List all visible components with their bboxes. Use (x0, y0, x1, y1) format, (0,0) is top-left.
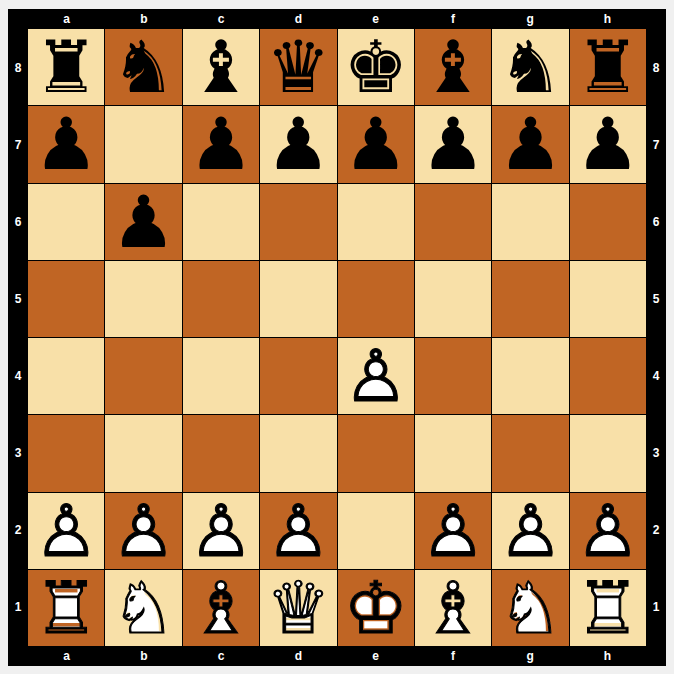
piece-white-pawn-b2[interactable]: ♟♙ (105, 493, 181, 569)
square-b2[interactable]: ♟♙ (105, 493, 181, 569)
piece-black-pawn-d7[interactable]: ♟ (260, 106, 336, 182)
rank-label-2-left: 2 (8, 492, 28, 569)
white-piece-outline-glyph: ♙ (492, 493, 568, 569)
square-e5[interactable] (338, 261, 414, 337)
rank-label-1-left: 1 (8, 569, 28, 646)
piece-black-knight-g8[interactable]: ♞ (492, 29, 568, 105)
piece-white-pawn-d2[interactable]: ♟♙ (260, 493, 336, 569)
square-a8[interactable]: ♜ (28, 29, 104, 105)
white-piece-outline-glyph: ♗ (183, 570, 259, 646)
white-piece-outline-glyph: ♖ (570, 570, 646, 646)
black-piece-glyph: ♟ (105, 184, 181, 260)
piece-white-bishop-c1[interactable]: ♝♗ (183, 570, 259, 646)
piece-white-queen-d1[interactable]: ♛♕ (260, 570, 336, 646)
piece-white-pawn-e4[interactable]: ♟♙ (338, 338, 414, 414)
piece-black-pawn-g7[interactable]: ♟ (492, 106, 568, 182)
piece-black-knight-b8[interactable]: ♞ (105, 29, 181, 105)
white-piece-outline-glyph: ♘ (492, 570, 568, 646)
square-d8[interactable]: ♛ (260, 29, 336, 105)
square-h8[interactable]: ♜ (570, 29, 646, 105)
square-a1[interactable]: ♜♖ (28, 570, 104, 646)
piece-black-king-e8[interactable]: ♚ (338, 29, 414, 105)
white-piece-outline-glyph: ♙ (183, 493, 259, 569)
rank-label-7-left: 7 (8, 106, 28, 183)
square-g3[interactable] (492, 415, 568, 491)
square-g6[interactable] (492, 184, 568, 260)
square-f7[interactable]: ♟ (415, 106, 491, 182)
square-g8[interactable]: ♞ (492, 29, 568, 105)
square-c6[interactable] (183, 184, 259, 260)
piece-black-bishop-c8[interactable]: ♝ (183, 29, 259, 105)
piece-white-pawn-g2[interactable]: ♟♙ (492, 493, 568, 569)
piece-black-bishop-f8[interactable]: ♝ (415, 29, 491, 105)
piece-black-pawn-f7[interactable]: ♟ (415, 106, 491, 182)
white-piece-outline-glyph: ♙ (260, 493, 336, 569)
square-e4[interactable]: ♟♙ (338, 338, 414, 414)
board-frame: abcdefgh abcdefgh 87654321 87654321 ♜♞♝♛… (8, 9, 666, 666)
square-h1[interactable]: ♜♖ (570, 570, 646, 646)
black-piece-glyph: ♟ (183, 106, 259, 182)
square-c3[interactable] (183, 415, 259, 491)
rank-label-5-right: 5 (646, 260, 666, 337)
rank-label-4-right: 4 (646, 338, 666, 415)
square-b6[interactable]: ♟ (105, 184, 181, 260)
piece-white-pawn-f2[interactable]: ♟♙ (415, 493, 491, 569)
square-b1[interactable]: ♞♘ (105, 570, 181, 646)
rank-label-2-right: 2 (646, 492, 666, 569)
square-h3[interactable] (570, 415, 646, 491)
rank-label-4-left: 4 (8, 338, 28, 415)
piece-black-pawn-e7[interactable]: ♟ (338, 106, 414, 182)
rank-label-1-right: 1 (646, 569, 666, 646)
square-e1[interactable]: ♚♔ (338, 570, 414, 646)
piece-white-bishop-f1[interactable]: ♝♗ (415, 570, 491, 646)
piece-white-rook-h1[interactable]: ♜♖ (570, 570, 646, 646)
black-piece-glyph: ♚ (338, 29, 414, 105)
piece-black-pawn-h7[interactable]: ♟ (570, 106, 646, 182)
square-h2[interactable]: ♟♙ (570, 493, 646, 569)
white-piece-outline-glyph: ♖ (28, 570, 104, 646)
square-e8[interactable]: ♚ (338, 29, 414, 105)
square-a4[interactable] (28, 338, 104, 414)
rank-label-7-right: 7 (646, 106, 666, 183)
square-f4[interactable] (415, 338, 491, 414)
square-d5[interactable] (260, 261, 336, 337)
square-a7[interactable]: ♟ (28, 106, 104, 182)
piece-black-pawn-b6[interactable]: ♟ (105, 184, 181, 260)
square-e3[interactable] (338, 415, 414, 491)
page-background: abcdefgh abcdefgh 87654321 87654321 ♜♞♝♛… (0, 0, 674, 674)
square-c1[interactable]: ♝♗ (183, 570, 259, 646)
piece-white-rook-a1[interactable]: ♜♖ (28, 570, 104, 646)
piece-white-pawn-a2[interactable]: ♟♙ (28, 493, 104, 569)
piece-white-pawn-h2[interactable]: ♟♙ (570, 493, 646, 569)
square-g4[interactable] (492, 338, 568, 414)
square-b4[interactable] (105, 338, 181, 414)
square-d3[interactable] (260, 415, 336, 491)
square-d4[interactable] (260, 338, 336, 414)
square-d1[interactable]: ♛♕ (260, 570, 336, 646)
square-h5[interactable] (570, 261, 646, 337)
black-piece-glyph: ♛ (260, 29, 336, 105)
square-g1[interactable]: ♞♘ (492, 570, 568, 646)
black-piece-glyph: ♟ (492, 106, 568, 182)
square-c4[interactable] (183, 338, 259, 414)
square-f6[interactable] (415, 184, 491, 260)
square-b7[interactable] (105, 106, 181, 182)
black-piece-glyph: ♜ (28, 29, 104, 105)
rank-label-3-right: 3 (646, 415, 666, 492)
piece-black-rook-a8[interactable]: ♜ (28, 29, 104, 105)
square-a6[interactable] (28, 184, 104, 260)
black-piece-glyph: ♟ (260, 106, 336, 182)
square-e6[interactable] (338, 184, 414, 260)
square-d7[interactable]: ♟ (260, 106, 336, 182)
piece-black-pawn-c7[interactable]: ♟ (183, 106, 259, 182)
square-c8[interactable]: ♝ (183, 29, 259, 105)
piece-black-queen-d8[interactable]: ♛ (260, 29, 336, 105)
square-b8[interactable]: ♞ (105, 29, 181, 105)
square-e7[interactable]: ♟ (338, 106, 414, 182)
chess-board: ♜♞♝♛♚♝♞♜♟♟♟♟♟♟♟♟♟♙♟♙♟♙♟♙♟♙♟♙♟♙♟♙♜♖♞♘♝♗♛♕… (28, 29, 646, 646)
black-piece-glyph: ♝ (183, 29, 259, 105)
square-b5[interactable] (105, 261, 181, 337)
white-piece-outline-glyph: ♘ (105, 570, 181, 646)
square-e2[interactable] (338, 493, 414, 569)
white-piece-outline-glyph: ♔ (338, 570, 414, 646)
square-h6[interactable] (570, 184, 646, 260)
white-piece-outline-glyph: ♙ (570, 493, 646, 569)
white-piece-outline-glyph: ♗ (415, 570, 491, 646)
rank-label-6-right: 6 (646, 183, 666, 260)
rank-label-5-left: 5 (8, 260, 28, 337)
square-a3[interactable] (28, 415, 104, 491)
white-piece-outline-glyph: ♙ (105, 493, 181, 569)
square-f2[interactable]: ♟♙ (415, 493, 491, 569)
square-c7[interactable]: ♟ (183, 106, 259, 182)
square-c2[interactable]: ♟♙ (183, 493, 259, 569)
square-b3[interactable] (105, 415, 181, 491)
white-piece-outline-glyph: ♕ (260, 570, 336, 646)
piece-black-rook-h8[interactable]: ♜ (570, 29, 646, 105)
black-piece-glyph: ♜ (570, 29, 646, 105)
square-g5[interactable] (492, 261, 568, 337)
square-h7[interactable]: ♟ (570, 106, 646, 182)
white-piece-outline-glyph: ♙ (338, 338, 414, 414)
piece-white-king-e1[interactable]: ♚♔ (338, 570, 414, 646)
square-g2[interactable]: ♟♙ (492, 493, 568, 569)
square-d6[interactable] (260, 184, 336, 260)
black-piece-glyph: ♟ (28, 106, 104, 182)
square-f5[interactable] (415, 261, 491, 337)
square-g7[interactable]: ♟ (492, 106, 568, 182)
black-piece-glyph: ♟ (338, 106, 414, 182)
square-h4[interactable] (570, 338, 646, 414)
rank-label-8-left: 8 (8, 29, 28, 106)
black-piece-glyph: ♞ (492, 29, 568, 105)
piece-white-knight-g1[interactable]: ♞♘ (492, 570, 568, 646)
piece-black-pawn-a7[interactable]: ♟ (28, 106, 104, 182)
piece-white-knight-b1[interactable]: ♞♘ (105, 570, 181, 646)
square-d2[interactable]: ♟♙ (260, 493, 336, 569)
piece-white-pawn-c2[interactable]: ♟♙ (183, 493, 259, 569)
rank-label-3-left: 3 (8, 415, 28, 492)
square-a5[interactable] (28, 261, 104, 337)
rank-labels-right: 87654321 (646, 29, 666, 646)
square-c5[interactable] (183, 261, 259, 337)
square-f3[interactable] (415, 415, 491, 491)
white-piece-outline-glyph: ♙ (28, 493, 104, 569)
rank-label-6-left: 6 (8, 183, 28, 260)
white-piece-outline-glyph: ♙ (415, 493, 491, 569)
square-f1[interactable]: ♝♗ (415, 570, 491, 646)
black-piece-glyph: ♟ (415, 106, 491, 182)
rank-label-8-right: 8 (646, 29, 666, 106)
square-f8[interactable]: ♝ (415, 29, 491, 105)
rank-labels-left: 87654321 (8, 29, 28, 646)
black-piece-glyph: ♝ (415, 29, 491, 105)
black-piece-glyph: ♟ (570, 106, 646, 182)
black-piece-glyph: ♞ (105, 29, 181, 105)
square-a2[interactable]: ♟♙ (28, 493, 104, 569)
